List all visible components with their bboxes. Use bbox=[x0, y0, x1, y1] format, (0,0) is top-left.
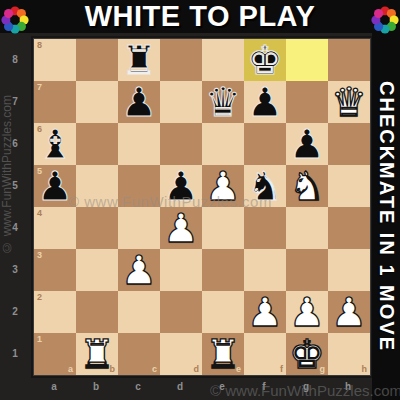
funwithpuzzles-logo-icon bbox=[370, 5, 400, 35]
piece-black-queen: ♛ bbox=[205, 81, 241, 123]
outer-file-e: e bbox=[201, 381, 243, 392]
square-f6[interactable] bbox=[244, 123, 286, 165]
square-f2[interactable]: ♟ bbox=[244, 291, 286, 333]
square-a5[interactable]: 5♟ bbox=[34, 165, 76, 207]
inner-file-label: h bbox=[362, 364, 368, 374]
title-bar: WHITE TO PLAY bbox=[0, 0, 400, 33]
square-f7[interactable]: ♟ bbox=[244, 81, 286, 123]
piece-white-queen: ♛ bbox=[331, 81, 367, 123]
square-d8[interactable] bbox=[160, 39, 202, 81]
inner-file-label: a bbox=[68, 364, 73, 374]
square-e6[interactable] bbox=[202, 123, 244, 165]
square-a6[interactable]: 6♝ bbox=[34, 123, 76, 165]
square-g4[interactable] bbox=[286, 207, 328, 249]
square-c4[interactable] bbox=[118, 207, 160, 249]
outer-rank-5: 5 bbox=[0, 180, 30, 191]
square-g1[interactable]: g♚ bbox=[286, 333, 328, 375]
square-c6[interactable] bbox=[118, 123, 160, 165]
piece-black-king: ♚ bbox=[247, 39, 283, 81]
piece-white-pawn: ♟ bbox=[205, 165, 241, 207]
piece-black-pawn: ♟ bbox=[163, 165, 199, 207]
square-d1[interactable]: d bbox=[160, 333, 202, 375]
piece-black-pawn: ♟ bbox=[247, 81, 283, 123]
outer-file-a: a bbox=[33, 381, 75, 392]
square-h5[interactable] bbox=[328, 165, 370, 207]
square-b6[interactable] bbox=[76, 123, 118, 165]
inner-rank-label: 7 bbox=[37, 82, 42, 92]
square-d7[interactable] bbox=[160, 81, 202, 123]
outer-rank-1: 1 bbox=[0, 348, 30, 359]
inner-file-label: g bbox=[320, 364, 326, 374]
inner-file-label: e bbox=[236, 364, 241, 374]
square-d4[interactable]: ♟ bbox=[160, 207, 202, 249]
outer-rank-8: 8 bbox=[0, 54, 30, 65]
square-f1[interactable]: f bbox=[244, 333, 286, 375]
square-h8[interactable] bbox=[328, 39, 370, 81]
outer-rank-6: 6 bbox=[0, 138, 30, 149]
piece-white-pawn: ♟ bbox=[121, 249, 157, 291]
square-h4[interactable] bbox=[328, 207, 370, 249]
piece-white-pawn: ♟ bbox=[247, 291, 283, 333]
outer-rank-7: 7 bbox=[0, 96, 30, 107]
square-a2[interactable]: 2 bbox=[34, 291, 76, 333]
square-c5[interactable] bbox=[118, 165, 160, 207]
square-e2[interactable] bbox=[202, 291, 244, 333]
page-title: WHITE TO PLAY bbox=[30, 0, 370, 33]
square-e1[interactable]: e♜ bbox=[202, 333, 244, 375]
outer-file-c: c bbox=[117, 381, 159, 392]
piece-black-pawn: ♟ bbox=[37, 165, 73, 207]
square-e5[interactable]: ♟ bbox=[202, 165, 244, 207]
square-a3[interactable]: 3 bbox=[34, 249, 76, 291]
square-d5[interactable]: ♟ bbox=[160, 165, 202, 207]
square-a8[interactable]: 8 bbox=[34, 39, 76, 81]
square-e7[interactable]: ♛ bbox=[202, 81, 244, 123]
chess-board: 8♜♚7♟♛♟♛6♝♟5♟♟♟♞♞4♟3♟2♟♟♟1ab♜cde♜fg♚h bbox=[33, 38, 371, 376]
square-b5[interactable] bbox=[76, 165, 118, 207]
square-g2[interactable]: ♟ bbox=[286, 291, 328, 333]
square-h3[interactable] bbox=[328, 249, 370, 291]
square-b7[interactable] bbox=[76, 81, 118, 123]
inner-file-label: c bbox=[152, 364, 157, 374]
square-f3[interactable] bbox=[244, 249, 286, 291]
square-c3[interactable]: ♟ bbox=[118, 249, 160, 291]
outer-file-h: h bbox=[327, 381, 369, 392]
square-g6[interactable]: ♟ bbox=[286, 123, 328, 165]
outer-file-d: d bbox=[159, 381, 201, 392]
square-b1[interactable]: b♜ bbox=[76, 333, 118, 375]
side-banner-text: CHECKMATE IN 1 MOVE bbox=[375, 81, 398, 352]
piece-black-pawn: ♟ bbox=[289, 123, 325, 165]
square-a4[interactable]: 4 bbox=[34, 207, 76, 249]
inner-rank-label: 3 bbox=[37, 250, 42, 260]
square-f5[interactable]: ♞ bbox=[244, 165, 286, 207]
square-d2[interactable] bbox=[160, 291, 202, 333]
puzzle-image: WHITE TO PLAY 87654321 abcdefgh 8♜♚7♟♛♟♛… bbox=[0, 0, 400, 400]
square-h7[interactable]: ♛ bbox=[328, 81, 370, 123]
square-e8[interactable] bbox=[202, 39, 244, 81]
piece-black-bishop: ♝ bbox=[37, 123, 73, 165]
outer-rank-2: 2 bbox=[0, 306, 30, 317]
square-e3[interactable] bbox=[202, 249, 244, 291]
inner-rank-label: 2 bbox=[37, 292, 42, 302]
square-h2[interactable]: ♟ bbox=[328, 291, 370, 333]
outer-file-b: b bbox=[75, 381, 117, 392]
square-c8[interactable]: ♜ bbox=[118, 39, 160, 81]
piece-white-pawn: ♟ bbox=[163, 207, 199, 249]
outer-file-g: g bbox=[285, 381, 327, 392]
square-c7[interactable]: ♟ bbox=[118, 81, 160, 123]
square-f8[interactable]: ♚ bbox=[244, 39, 286, 81]
outer-file-f: f bbox=[243, 381, 285, 392]
outer-rank-4: 4 bbox=[0, 222, 30, 233]
inner-file-label: f bbox=[280, 364, 283, 374]
square-f4[interactable] bbox=[244, 207, 286, 249]
inner-file-label: b bbox=[110, 364, 116, 374]
square-d3[interactable] bbox=[160, 249, 202, 291]
inner-rank-label: 6 bbox=[37, 124, 42, 134]
square-h1[interactable]: h bbox=[328, 333, 370, 375]
square-g5[interactable]: ♞ bbox=[286, 165, 328, 207]
funwithpuzzles-logo-icon bbox=[0, 5, 30, 35]
piece-white-pawn: ♟ bbox=[331, 291, 367, 333]
inner-rank-label: 4 bbox=[37, 208, 42, 218]
square-h6[interactable] bbox=[328, 123, 370, 165]
inner-rank-label: 8 bbox=[37, 40, 42, 50]
inner-file-label: d bbox=[194, 364, 200, 374]
square-g8[interactable] bbox=[286, 39, 328, 81]
outer-rank-3: 3 bbox=[0, 264, 30, 275]
square-c1[interactable]: c bbox=[118, 333, 160, 375]
inner-rank-label: 5 bbox=[37, 166, 42, 176]
square-c2[interactable] bbox=[118, 291, 160, 333]
inner-rank-label: 1 bbox=[37, 334, 42, 344]
piece-white-pawn: ♟ bbox=[289, 291, 325, 333]
piece-black-pawn: ♟ bbox=[121, 81, 157, 123]
piece-black-knight: ♞ bbox=[247, 165, 283, 207]
square-b8[interactable] bbox=[76, 39, 118, 81]
piece-black-rook: ♜ bbox=[121, 39, 157, 81]
square-d6[interactable] bbox=[160, 123, 202, 165]
square-g3[interactable] bbox=[286, 249, 328, 291]
square-g7[interactable] bbox=[286, 81, 328, 123]
square-b3[interactable] bbox=[76, 249, 118, 291]
side-banner-bar: © www.FunWithPuzzles.com CHECKMATE IN 1 … bbox=[372, 33, 400, 400]
square-b2[interactable] bbox=[76, 291, 118, 333]
square-b4[interactable] bbox=[76, 207, 118, 249]
square-a1[interactable]: 1a bbox=[34, 333, 76, 375]
square-a7[interactable]: 7 bbox=[34, 81, 76, 123]
piece-white-knight: ♞ bbox=[289, 165, 325, 207]
square-e4[interactable] bbox=[202, 207, 244, 249]
